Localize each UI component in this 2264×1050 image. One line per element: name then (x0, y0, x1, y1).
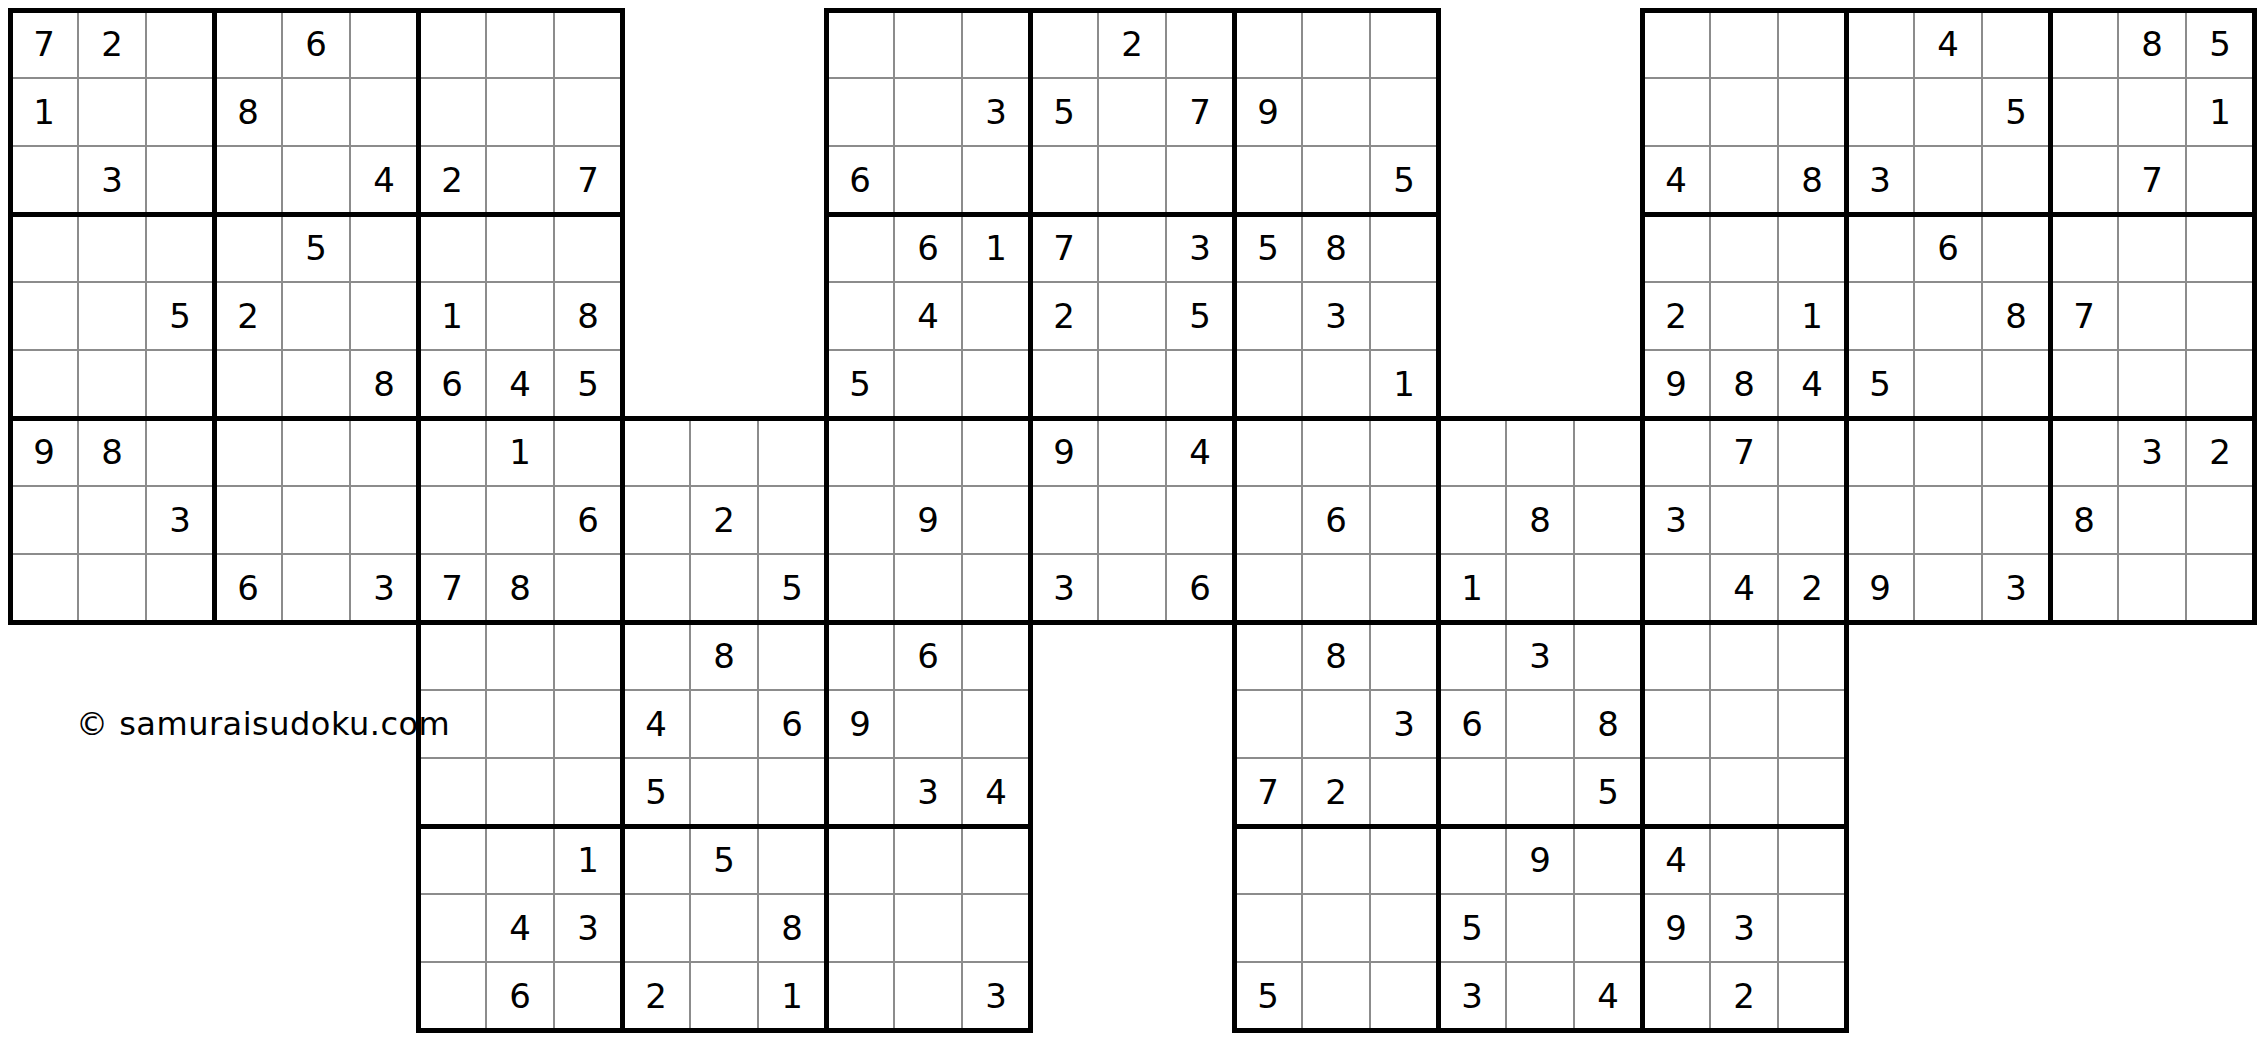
cell-r1c0: 1 (10, 78, 78, 146)
cell-r14c24[interactable] (1642, 962, 1710, 1030)
cell-r1c17: 7 (1166, 78, 1234, 146)
cell-r0c27[interactable] (1846, 10, 1914, 78)
cell-r3c7[interactable] (486, 214, 554, 282)
cell-r14c21: 3 (1438, 962, 1506, 1030)
cell-r13c6[interactable] (418, 894, 486, 962)
cell-r0c30[interactable] (2050, 10, 2118, 78)
cell-r9c26[interactable] (1778, 622, 1846, 690)
cell-r11c12[interactable] (826, 758, 894, 826)
cell-r1c3: 8 (214, 78, 282, 146)
subgrid-bottom-left: 2586469534154386213 (418, 418, 1030, 1030)
cell-r8c11: 5 (758, 554, 826, 622)
cell-r2c28[interactable] (1914, 146, 1982, 214)
cell-r7c11[interactable] (758, 486, 826, 554)
cell-r6c28[interactable] (1914, 418, 1982, 486)
cell-r8c22[interactable] (1506, 554, 1574, 622)
cell-r11c14: 4 (962, 758, 1030, 826)
cell-r13c18[interactable] (1234, 894, 1302, 962)
cell-r10c6[interactable] (418, 690, 486, 758)
cell-r11c9: 5 (622, 758, 690, 826)
cell-r1c12[interactable] (826, 78, 894, 146)
cell-r12c24: 4 (1642, 826, 1710, 894)
cell-r12c9[interactable] (622, 826, 690, 894)
cell-r7c23[interactable] (1574, 486, 1642, 554)
cell-r10c19[interactable] (1302, 690, 1370, 758)
cell-r6c9[interactable] (622, 418, 690, 486)
cell-r1c15: 5 (1030, 78, 1098, 146)
cell-r4c3: 2 (214, 282, 282, 350)
cell-r6c1: 8 (78, 418, 146, 486)
cell-r6c4[interactable] (282, 418, 350, 486)
cell-r14c7: 6 (486, 962, 554, 1030)
cell-r4c18[interactable] (1234, 282, 1302, 350)
cell-r2c2[interactable] (146, 146, 214, 214)
cell-r14c26[interactable] (1778, 962, 1846, 1030)
cell-r14c20[interactable] (1370, 962, 1438, 1030)
cell-r13c10[interactable] (690, 894, 758, 962)
cell-r6c27[interactable] (1846, 418, 1914, 486)
cell-r14c19[interactable] (1302, 962, 1370, 1030)
cell-r5c3[interactable] (214, 350, 282, 418)
cell-r7c32[interactable] (2186, 486, 2254, 554)
cell-r10c23: 8 (1574, 690, 1642, 758)
cell-r13c14[interactable] (962, 894, 1030, 962)
cell-r1c27[interactable] (1846, 78, 1914, 146)
cell-r11c25[interactable] (1710, 758, 1778, 826)
cell-r12c14[interactable] (962, 826, 1030, 894)
cell-r9c19: 8 (1302, 622, 1370, 690)
cell-r14c22[interactable] (1506, 962, 1574, 1030)
cell-r7c17[interactable] (1166, 486, 1234, 554)
cell-r5c0[interactable] (10, 350, 78, 418)
cell-r12c7[interactable] (486, 826, 554, 894)
cell-r4c4[interactable] (282, 282, 350, 350)
cell-r2c7[interactable] (486, 146, 554, 214)
cell-r5c2[interactable] (146, 350, 214, 418)
cell-r5c1[interactable] (78, 350, 146, 418)
cell-r5c30[interactable] (2050, 350, 2118, 418)
cell-r2c24: 4 (1642, 146, 1710, 214)
cell-r1c18: 9 (1234, 78, 1302, 146)
cell-r4c25[interactable] (1710, 282, 1778, 350)
cell-r5c18[interactable] (1234, 350, 1302, 418)
cell-r6c3[interactable] (214, 418, 282, 486)
cell-r10c18[interactable] (1234, 690, 1302, 758)
cell-r8c30[interactable] (2050, 554, 2118, 622)
cell-r7c16[interactable] (1098, 486, 1166, 554)
cell-r4c28[interactable] (1914, 282, 1982, 350)
cell-r14c12[interactable] (826, 962, 894, 1030)
cell-r1c4[interactable] (282, 78, 350, 146)
cell-r4c26: 1 (1778, 282, 1846, 350)
cell-r5c4[interactable] (282, 350, 350, 418)
cell-r3c32[interactable] (2186, 214, 2254, 282)
cell-r8c29: 3 (1982, 554, 2050, 622)
cell-r9c14[interactable] (962, 622, 1030, 690)
cell-r0c20[interactable] (1370, 10, 1438, 78)
cell-r5c32[interactable] (2186, 350, 2254, 418)
cell-r1c1[interactable] (78, 78, 146, 146)
cell-r5c8: 5 (554, 350, 622, 418)
cell-r0c17[interactable] (1166, 10, 1234, 78)
cell-r13c19[interactable] (1302, 894, 1370, 962)
cell-r0c8[interactable] (554, 10, 622, 78)
cell-r0c13[interactable] (894, 10, 962, 78)
cell-r14c8[interactable] (554, 962, 622, 1030)
cell-r7c9[interactable] (622, 486, 690, 554)
cell-r5c14[interactable] (962, 350, 1030, 418)
cell-r7c29[interactable] (1982, 486, 2050, 554)
copyright-text: © samuraisudoku.com (76, 705, 450, 743)
cell-r0c31: 8 (2118, 10, 2186, 78)
cell-r7c2: 3 (146, 486, 214, 554)
cell-r2c16[interactable] (1098, 146, 1166, 214)
cell-r11c18: 7 (1234, 758, 1302, 826)
cell-r7c28[interactable] (1914, 486, 1982, 554)
cell-r10c11: 6 (758, 690, 826, 758)
cell-r13c21: 5 (1438, 894, 1506, 962)
cell-r14c14: 3 (962, 962, 1030, 1030)
cell-r1c5[interactable] (350, 78, 418, 146)
cell-r0c1: 2 (78, 10, 146, 78)
cell-r1c8[interactable] (554, 78, 622, 146)
cell-r14c13[interactable] (894, 962, 962, 1030)
cell-r6c11[interactable] (758, 418, 826, 486)
cell-r5c26: 4 (1778, 350, 1846, 418)
cell-r14c18: 5 (1234, 962, 1302, 1030)
cell-r0c29[interactable] (1982, 10, 2050, 78)
cell-r6c31: 3 (2118, 418, 2186, 486)
cell-r13c8: 3 (554, 894, 622, 962)
cell-r9c8[interactable] (554, 622, 622, 690)
cell-r2c30[interactable] (2050, 146, 2118, 214)
cell-r0c24[interactable] (1642, 10, 1710, 78)
cell-r5c24: 9 (1642, 350, 1710, 418)
cell-r12c11[interactable] (758, 826, 826, 894)
cell-r1c30[interactable] (2050, 78, 2118, 146)
cell-r8c31[interactable] (2118, 554, 2186, 622)
cell-r0c18[interactable] (1234, 10, 1302, 78)
cell-r13c22[interactable] (1506, 894, 1574, 962)
cell-r0c4: 6 (282, 10, 350, 78)
cell-r4c12[interactable] (826, 282, 894, 350)
cell-r9c20[interactable] (1370, 622, 1438, 690)
cell-r5c15[interactable] (1030, 350, 1098, 418)
cell-r5c7: 4 (486, 350, 554, 418)
cell-r3c0[interactable] (10, 214, 78, 282)
cell-r2c17[interactable] (1166, 146, 1234, 214)
cell-r7c3[interactable] (214, 486, 282, 554)
cell-r10c7[interactable] (486, 690, 554, 758)
cell-r3c20[interactable] (1370, 214, 1438, 282)
cell-r3c14: 1 (962, 214, 1030, 282)
cell-r0c15[interactable] (1030, 10, 1098, 78)
cell-r2c18[interactable] (1234, 146, 1302, 214)
cell-r9c11[interactable] (758, 622, 826, 690)
cell-r0c19[interactable] (1302, 10, 1370, 78)
cell-r12c25[interactable] (1710, 826, 1778, 894)
cell-r5c31[interactable] (2118, 350, 2186, 418)
cell-r3c31[interactable] (2118, 214, 2186, 282)
cell-r2c8: 7 (554, 146, 622, 214)
cell-r12c20[interactable] (1370, 826, 1438, 894)
cell-r8c5: 3 (350, 554, 418, 622)
cell-r9c12[interactable] (826, 622, 894, 690)
cell-r14c9: 2 (622, 962, 690, 1030)
cell-r4c13: 4 (894, 282, 962, 350)
cell-r11c23: 5 (1574, 758, 1642, 826)
cell-r2c13[interactable] (894, 146, 962, 214)
cell-r6c23[interactable] (1574, 418, 1642, 486)
cell-r3c8[interactable] (554, 214, 622, 282)
cell-r13c23[interactable] (1574, 894, 1642, 962)
cell-r12c6[interactable] (418, 826, 486, 894)
cell-r1c31[interactable] (2118, 78, 2186, 146)
cell-r2c0[interactable] (10, 146, 78, 214)
cell-r1c2[interactable] (146, 78, 214, 146)
cell-r0c2[interactable] (146, 10, 214, 78)
cell-r13c9[interactable] (622, 894, 690, 962)
cell-r5c28[interactable] (1914, 350, 1982, 418)
cell-r14c10[interactable] (690, 962, 758, 1030)
cell-r9c7[interactable] (486, 622, 554, 690)
cell-r0c5[interactable] (350, 10, 418, 78)
cell-r6c30[interactable] (2050, 418, 2118, 486)
cell-r11c6[interactable] (418, 758, 486, 826)
cell-r2c1: 3 (78, 146, 146, 214)
cell-r9c24[interactable] (1642, 622, 1710, 690)
cell-r4c31[interactable] (2118, 282, 2186, 350)
cell-r4c27[interactable] (1846, 282, 1914, 350)
cell-r8c4[interactable] (282, 554, 350, 622)
cell-r9c21[interactable] (1438, 622, 1506, 690)
cell-r2c3[interactable] (214, 146, 282, 214)
cell-r12c19[interactable] (1302, 826, 1370, 894)
cell-r10c14[interactable] (962, 690, 1030, 758)
cell-r13c20[interactable] (1370, 894, 1438, 962)
cell-r11c13: 3 (894, 758, 962, 826)
cell-r4c32[interactable] (2186, 282, 2254, 350)
cell-r3c26[interactable] (1778, 214, 1846, 282)
cell-r3c29[interactable] (1982, 214, 2050, 282)
cell-r9c10: 8 (690, 622, 758, 690)
cell-r2c29[interactable] (1982, 146, 2050, 214)
cell-r6c5[interactable] (350, 418, 418, 486)
cell-r12c8: 1 (554, 826, 622, 894)
cell-r4c0[interactable] (10, 282, 78, 350)
cell-r8c1[interactable] (78, 554, 146, 622)
cell-r2c20: 5 (1370, 146, 1438, 214)
cell-r0c32: 5 (2186, 10, 2254, 78)
cell-r4c24: 2 (1642, 282, 1710, 350)
cell-r1c7[interactable] (486, 78, 554, 146)
cell-r12c23[interactable] (1574, 826, 1642, 894)
cell-r3c24[interactable] (1642, 214, 1710, 282)
cell-r6c16[interactable] (1098, 418, 1166, 486)
cell-r11c8[interactable] (554, 758, 622, 826)
cell-r6c29[interactable] (1982, 418, 2050, 486)
cell-r2c14[interactable] (962, 146, 1030, 214)
cell-r3c2[interactable] (146, 214, 214, 282)
cell-r6c0: 9 (10, 418, 78, 486)
cell-r7c0[interactable] (10, 486, 78, 554)
cell-r8c10[interactable] (690, 554, 758, 622)
cell-r3c6[interactable] (418, 214, 486, 282)
cell-r5c20: 1 (1370, 350, 1438, 418)
cell-r0c26[interactable] (1778, 10, 1846, 78)
cell-r13c12[interactable] (826, 894, 894, 962)
cell-r10c13[interactable] (894, 690, 962, 758)
cell-r6c10[interactable] (690, 418, 758, 486)
cell-r4c30: 7 (2050, 282, 2118, 350)
cell-r0c12[interactable] (826, 10, 894, 78)
cell-r2c15[interactable] (1030, 146, 1098, 214)
cell-r11c26[interactable] (1778, 758, 1846, 826)
cell-r10c26[interactable] (1778, 690, 1846, 758)
cell-r0c25[interactable] (1710, 10, 1778, 78)
cell-r4c7[interactable] (486, 282, 554, 350)
cell-r13c7: 4 (486, 894, 554, 962)
cell-r2c31: 7 (2118, 146, 2186, 214)
cell-r0c3[interactable] (214, 10, 282, 78)
cell-r1c20[interactable] (1370, 78, 1438, 146)
cell-r10c24[interactable] (1642, 690, 1710, 758)
cell-r11c21[interactable] (1438, 758, 1506, 826)
cell-r5c19[interactable] (1302, 350, 1370, 418)
cell-r0c6[interactable] (418, 10, 486, 78)
cell-r2c4[interactable] (282, 146, 350, 214)
cell-r3c28: 6 (1914, 214, 1982, 282)
cell-r4c1[interactable] (78, 282, 146, 350)
cell-r4c16[interactable] (1098, 282, 1166, 350)
cell-r2c25[interactable] (1710, 146, 1778, 214)
cell-r1c16[interactable] (1098, 78, 1166, 146)
cell-r3c27[interactable] (1846, 214, 1914, 282)
cell-r7c30: 8 (2050, 486, 2118, 554)
cell-r10c10[interactable] (690, 690, 758, 758)
cell-r3c12[interactable] (826, 214, 894, 282)
cell-r1c6[interactable] (418, 78, 486, 146)
cell-r8c32[interactable] (2186, 554, 2254, 622)
cell-r8c16[interactable] (1098, 554, 1166, 622)
cell-r8c2[interactable] (146, 554, 214, 622)
cell-r8c0[interactable] (10, 554, 78, 622)
cell-r9c9[interactable] (622, 622, 690, 690)
cell-r7c22: 8 (1506, 486, 1574, 554)
cell-r5c13[interactable] (894, 350, 962, 418)
cell-r13c13[interactable] (894, 894, 962, 962)
cell-r1c19[interactable] (1302, 78, 1370, 146)
cell-r6c21[interactable] (1438, 418, 1506, 486)
cell-r8c21: 1 (1438, 554, 1506, 622)
cell-r6c2[interactable] (146, 418, 214, 486)
cell-r12c26[interactable] (1778, 826, 1846, 894)
cell-r7c21[interactable] (1438, 486, 1506, 554)
cell-r4c20[interactable] (1370, 282, 1438, 350)
cell-r7c5[interactable] (350, 486, 418, 554)
cell-r11c20[interactable] (1370, 758, 1438, 826)
cell-r1c28[interactable] (1914, 78, 1982, 146)
cell-r12c13[interactable] (894, 826, 962, 894)
cell-r0c14[interactable] (962, 10, 1030, 78)
cell-r12c21[interactable] (1438, 826, 1506, 894)
cell-r1c24[interactable] (1642, 78, 1710, 146)
cell-r5c5: 8 (350, 350, 418, 418)
cell-r8c9[interactable] (622, 554, 690, 622)
cell-r3c19: 8 (1302, 214, 1370, 282)
cell-r10c25[interactable] (1710, 690, 1778, 758)
cell-r10c12: 9 (826, 690, 894, 758)
cell-r4c19: 3 (1302, 282, 1370, 350)
cell-r8c23[interactable] (1574, 554, 1642, 622)
cell-r4c2: 5 (146, 282, 214, 350)
cell-r12c18[interactable] (1234, 826, 1302, 894)
cell-r7c4[interactable] (282, 486, 350, 554)
cell-r3c5[interactable] (350, 214, 418, 282)
cell-r11c10[interactable] (690, 758, 758, 826)
cell-r6c17: 4 (1166, 418, 1234, 486)
cell-r13c26[interactable] (1778, 894, 1846, 962)
cell-r5c6: 6 (418, 350, 486, 418)
cell-r9c18[interactable] (1234, 622, 1302, 690)
cell-r8c27: 9 (1846, 554, 1914, 622)
cell-r7c15[interactable] (1030, 486, 1098, 554)
cell-r5c29[interactable] (1982, 350, 2050, 418)
cell-r3c30[interactable] (2050, 214, 2118, 282)
cell-r2c19[interactable] (1302, 146, 1370, 214)
cell-r9c6[interactable] (418, 622, 486, 690)
cell-r11c24[interactable] (1642, 758, 1710, 826)
cell-r4c14[interactable] (962, 282, 1030, 350)
cell-r2c32[interactable] (2186, 146, 2254, 214)
cell-r14c6[interactable] (418, 962, 486, 1030)
cell-r11c7[interactable] (486, 758, 554, 826)
cell-r14c25: 2 (1710, 962, 1778, 1030)
cell-r11c22[interactable] (1506, 758, 1574, 826)
cell-r4c5[interactable] (350, 282, 418, 350)
cell-r0c7[interactable] (486, 10, 554, 78)
cell-r7c31[interactable] (2118, 486, 2186, 554)
cell-r3c3[interactable] (214, 214, 282, 282)
cell-r9c23[interactable] (1574, 622, 1642, 690)
cell-r9c25[interactable] (1710, 622, 1778, 690)
cell-r10c20: 3 (1370, 690, 1438, 758)
cell-r3c1[interactable] (78, 214, 146, 282)
cell-r10c8[interactable] (554, 690, 622, 758)
cell-r12c10: 5 (690, 826, 758, 894)
cell-r1c25[interactable] (1710, 78, 1778, 146)
cell-r2c12: 6 (826, 146, 894, 214)
cell-r7c27[interactable] (1846, 486, 1914, 554)
cell-r1c13[interactable] (894, 78, 962, 146)
cell-r3c15: 7 (1030, 214, 1098, 282)
cell-r1c26[interactable] (1778, 78, 1846, 146)
cell-r12c12[interactable] (826, 826, 894, 894)
cell-r7c1[interactable] (78, 486, 146, 554)
cell-r0c28: 4 (1914, 10, 1982, 78)
cell-r8c28[interactable] (1914, 554, 1982, 622)
cell-r2c27: 3 (1846, 146, 1914, 214)
cell-r10c22[interactable] (1506, 690, 1574, 758)
cell-r5c16[interactable] (1098, 350, 1166, 418)
cell-r13c11: 8 (758, 894, 826, 962)
cell-r11c11[interactable] (758, 758, 826, 826)
cell-r3c16[interactable] (1098, 214, 1166, 282)
cell-r5c17[interactable] (1166, 350, 1234, 418)
cell-r3c25[interactable] (1710, 214, 1778, 282)
cell-r4c8: 8 (554, 282, 622, 350)
cell-r6c22[interactable] (1506, 418, 1574, 486)
